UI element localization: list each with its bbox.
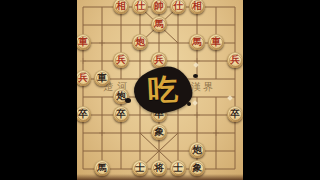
- piece-glyph: 兵: [78, 70, 88, 86]
- piece-black-elephant[interactable]: 象: [151, 124, 167, 140]
- river-label-han: 漢界: [191, 80, 215, 94]
- right-letterbox: [243, 0, 320, 180]
- piece-glyph: 卒: [116, 106, 126, 122]
- piece-glyph: 相: [192, 0, 202, 14]
- piece-glyph: 卒: [230, 106, 240, 122]
- capture-effect-label: 吃: [147, 69, 179, 112]
- piece-glyph: 車: [78, 34, 88, 50]
- piece-glyph: 将: [154, 160, 164, 176]
- piece-glyph: 卒: [78, 106, 88, 122]
- piece-glyph: 炮: [192, 142, 202, 158]
- piece-glyph: 兵: [116, 52, 126, 68]
- piece-glyph: 兵: [154, 52, 164, 68]
- piece-black-soldier[interactable]: 卒: [227, 106, 243, 122]
- piece-glyph: 相: [116, 0, 126, 14]
- piece-glyph: 象: [154, 124, 164, 140]
- piece-red-chariot[interactable]: 車: [208, 34, 224, 50]
- piece-red-cannon[interactable]: 炮: [132, 34, 148, 50]
- piece-glyph: 車: [97, 70, 107, 86]
- piece-red-soldier[interactable]: 兵: [113, 52, 129, 68]
- piece-black-chariot[interactable]: 車: [94, 70, 110, 86]
- piece-black-cannon[interactable]: 炮: [189, 142, 205, 158]
- piece-glyph: 帥: [154, 0, 164, 14]
- piece-glyph: 車: [211, 34, 221, 50]
- piece-red-horse[interactable]: 馬: [151, 16, 167, 32]
- piece-glyph: 馬: [154, 16, 164, 32]
- ink-dot: [193, 74, 198, 78]
- piece-red-soldier[interactable]: 兵: [151, 52, 167, 68]
- piece-glyph: 兵: [230, 52, 240, 68]
- left-letterbox: [0, 0, 77, 180]
- ink-dot: [125, 98, 131, 103]
- piece-glyph: 士: [173, 160, 183, 176]
- xiangqi-board[interactable]: 楚河 漢界 相仕帥仕相馬車炮馬車兵兵兵兵車炮卒卒卒卒象炮馬士将士象 吃: [77, 0, 243, 180]
- piece-glyph: 仕: [173, 0, 183, 14]
- piece-red-horse[interactable]: 馬: [189, 34, 205, 50]
- piece-glyph: 馬: [97, 160, 107, 176]
- piece-black-soldier[interactable]: 卒: [113, 106, 129, 122]
- piece-glyph: 馬: [192, 34, 202, 50]
- piece-glyph: 士: [135, 160, 145, 176]
- piece-glyph: 象: [192, 160, 202, 176]
- piece-glyph: 仕: [135, 0, 145, 14]
- piece-glyph: 炮: [135, 34, 145, 50]
- video-frame: 楚河 漢界 相仕帥仕相馬車炮馬車兵兵兵兵車炮卒卒卒卒象炮馬士将士象 吃: [0, 0, 320, 180]
- piece-red-soldier[interactable]: 兵: [227, 52, 243, 68]
